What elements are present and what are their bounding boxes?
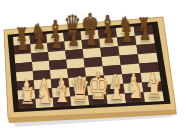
chessboard-scene: ♜♞♝♛♚♝♞♜♟♟♟♟♟♟♟♟♟♟♟♟♟♟♟♟♜♞♝♛♚♝♞♜ — [0, 0, 189, 140]
square-f7 — [99, 37, 118, 48]
piece-shadow — [85, 35, 95, 38]
piece-shadow — [38, 103, 50, 107]
piece-shadow — [38, 94, 50, 98]
square-g4 — [121, 64, 141, 75]
piece-shadow — [17, 50, 28, 53]
square-c6 — [48, 51, 66, 61]
piece-shadow — [139, 31, 149, 34]
square-e6 — [83, 48, 102, 59]
square-g5 — [120, 54, 140, 65]
square-e5 — [84, 57, 103, 68]
square-a8 — [13, 36, 30, 46]
piece-shadow — [103, 34, 113, 37]
square-e2 — [87, 85, 106, 96]
piece-shadow — [74, 101, 86, 105]
piece-shadow — [34, 48, 45, 51]
piece-shadow — [109, 89, 121, 93]
piece-shadow — [129, 98, 141, 102]
piece-shadow — [104, 43, 115, 46]
piece-shadow — [73, 92, 85, 96]
chessboard — [0, 0, 189, 140]
square-c7 — [47, 42, 65, 52]
piece-shadow — [21, 104, 33, 108]
square-g7 — [117, 36, 136, 47]
square-e4 — [85, 66, 104, 77]
square-c8 — [46, 33, 64, 43]
piece-shadow — [92, 100, 104, 104]
piece-shadow — [56, 102, 68, 106]
square-a6 — [15, 53, 33, 63]
piece-shadow — [140, 40, 151, 43]
square-b5 — [32, 61, 50, 71]
square-e8 — [81, 30, 100, 40]
piece-shadow — [17, 41, 27, 44]
piece-shadow — [21, 95, 33, 99]
piece-shadow — [86, 44, 97, 47]
square-d6 — [65, 49, 84, 60]
square-b6 — [31, 52, 49, 62]
square-e7 — [82, 39, 101, 49]
piece-shadow — [147, 87, 159, 91]
piece-shadow — [67, 37, 77, 40]
square-a3 — [17, 80, 35, 90]
piece-shadow — [122, 41, 133, 44]
square-a7 — [14, 44, 31, 54]
square-a4 — [16, 71, 34, 81]
square-b4 — [33, 70, 51, 80]
square-g2 — [123, 83, 143, 94]
square-c2 — [52, 87, 71, 98]
square-a5 — [15, 62, 33, 72]
piece-shadow — [148, 97, 160, 101]
square-f8 — [98, 28, 117, 39]
square-d8 — [63, 31, 81, 41]
piece-shadow — [50, 38, 60, 41]
piece-shadow — [91, 90, 103, 94]
square-d3 — [68, 77, 87, 88]
square-d7 — [64, 40, 82, 50]
square-e3 — [86, 76, 105, 87]
square-g8 — [116, 27, 135, 38]
piece-shadow — [110, 99, 122, 103]
piece-shadow — [128, 88, 140, 92]
square-g6 — [118, 45, 138, 56]
square-h6 — [136, 43, 156, 54]
piece-shadow — [121, 32, 131, 35]
square-d4 — [67, 67, 86, 78]
piece-shadow — [68, 46, 79, 49]
square-h4 — [139, 62, 159, 73]
piece-shadow — [55, 93, 67, 97]
square-b3 — [34, 79, 52, 89]
piece-shadow — [51, 47, 62, 50]
square-h8 — [134, 25, 154, 36]
square-h3 — [141, 72, 161, 83]
square-f6 — [100, 46, 119, 57]
square-c3 — [51, 78, 70, 88]
square-d5 — [66, 58, 85, 68]
square-h7 — [135, 34, 155, 45]
square-b7 — [30, 43, 48, 53]
square-c4 — [50, 69, 68, 79]
square-f5 — [102, 56, 121, 67]
square-h5 — [138, 53, 158, 64]
square-b8 — [30, 34, 48, 44]
square-g3 — [122, 73, 142, 84]
square-f3 — [104, 74, 124, 85]
piece-shadow — [33, 40, 43, 43]
square-c5 — [49, 60, 67, 70]
square-f4 — [103, 65, 122, 76]
square-h2 — [142, 81, 162, 92]
